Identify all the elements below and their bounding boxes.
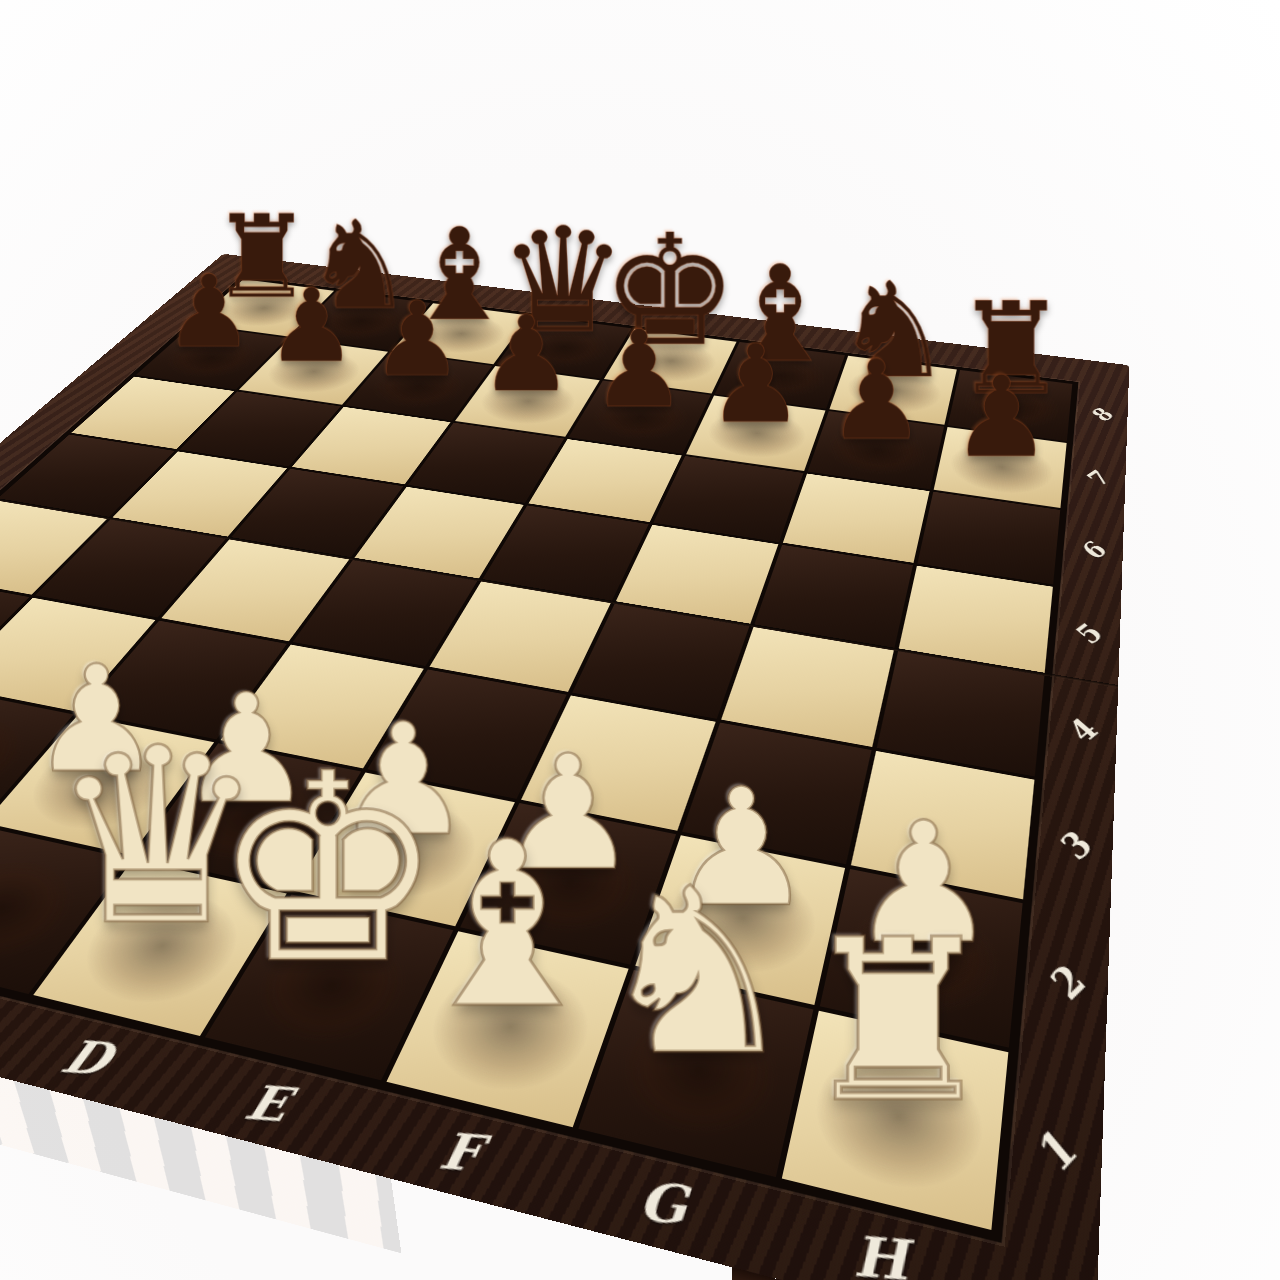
black-pawn: ♟ — [371, 292, 463, 390]
black-pawn: ♟ — [164, 266, 253, 361]
white-knight: ♞ — [594, 863, 799, 1080]
square-h1: ♜ — [782, 1011, 1009, 1230]
square-h7: ♟ — [934, 427, 1067, 508]
white-rook: ♜ — [797, 915, 997, 1127]
black-pawn: ♟ — [266, 278, 357, 374]
square-g5 — [754, 545, 913, 648]
black-pawn: ♟ — [591, 319, 686, 420]
chess-board-grid: ♜♞♝♛♚♝♞♜♟♟♟♟♟♟♟♟♟♟♟♟♟♟♟♟♜♞♝♛♚♝♞♜ — [0, 278, 1076, 1238]
black-pawn: ♟ — [951, 365, 1051, 471]
square-f7: ♟ — [686, 396, 825, 472]
square-g1: ♞ — [578, 970, 813, 1177]
black-pawn: ♟ — [827, 349, 926, 453]
file-label-d: D — [0, 1016, 198, 1100]
white-bishop: ♝ — [405, 819, 609, 1036]
chess-board-frame: ♜♞♝♛♚♝♞♜♟♟♟♟♟♟♟♟♟♟♟♟♟♟♟♟♜♞♝♛♚♝♞♜ ABCDEFG… — [0, 254, 1129, 1280]
black-pawn: ♟ — [707, 334, 804, 437]
square-e4 — [429, 581, 610, 691]
black-pawn: ♟ — [479, 305, 573, 404]
board-3d: ♜♞♝♛♚♝♞♜♟♟♟♟♟♟♟♟♟♟♟♟♟♟♟♟♜♞♝♛♚♝♞♜ ABCDEFG… — [0, 254, 1129, 1280]
photo-scene: ♜♞♝♛♚♝♞♜♟♟♟♟♟♟♟♟♟♟♟♟♟♟♟♟♜♞♝♛♚♝♞♜ ABCDEFG… — [0, 0, 1280, 1280]
